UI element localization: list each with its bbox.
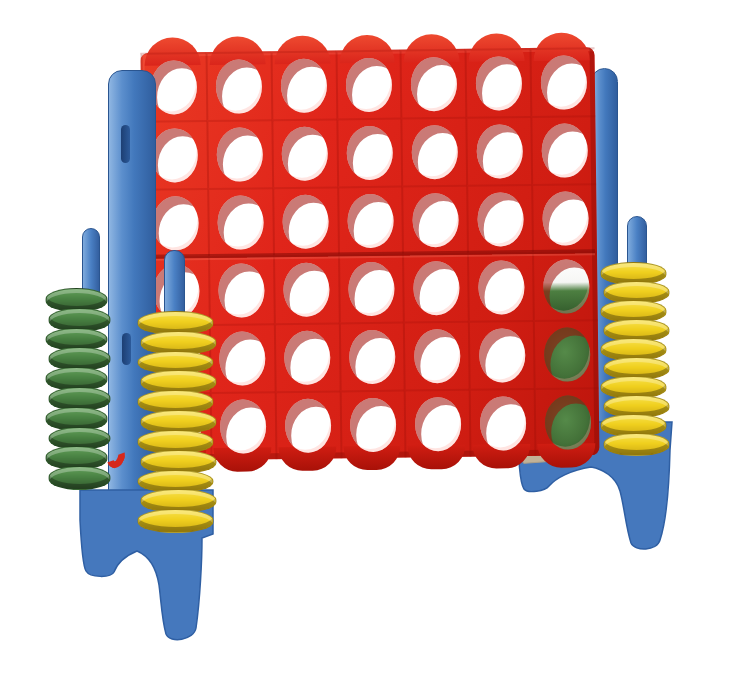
hand-slot-upper [121, 125, 130, 163]
board-hole-empty [540, 55, 587, 110]
board-cell [210, 391, 276, 460]
board-cell [466, 116, 532, 185]
board-cell [207, 187, 273, 256]
board-cell [339, 390, 405, 459]
board-cell [274, 322, 340, 391]
board-cell [205, 51, 271, 120]
board-cell [272, 186, 338, 255]
board-hole-empty [217, 127, 264, 182]
board-hole-empty [218, 195, 265, 250]
board-cell [338, 254, 404, 323]
board-hole-empty [479, 396, 526, 451]
board-cell [530, 47, 596, 116]
board-hole-empty [479, 328, 526, 383]
board-cell [401, 117, 467, 186]
board-hole-empty [220, 399, 267, 454]
hand-slot-lower [122, 333, 131, 365]
board-cell [468, 320, 534, 389]
board-cell [404, 389, 470, 458]
board-hole-empty [285, 398, 332, 453]
board-hole-empty [346, 58, 393, 113]
board-hole-green-behind [543, 327, 590, 382]
board-hole-empty [414, 329, 461, 384]
board-cell [206, 119, 272, 188]
board-hole-empty [216, 59, 263, 114]
board-hole-empty [284, 330, 331, 385]
board-cell [530, 115, 596, 184]
yellow-disc [604, 433, 670, 456]
product-photo [0, 0, 750, 684]
board-hole-empty [541, 123, 588, 178]
board-hole-empty [282, 127, 329, 182]
board-hole-empty [219, 331, 266, 386]
board-cell [336, 118, 402, 187]
yellow-disc-stack-left [139, 311, 215, 533]
board-hole-empty [477, 192, 524, 247]
left-front-storage-post [164, 250, 185, 318]
board-hole-empty [281, 59, 328, 114]
board-cell [337, 186, 403, 255]
board-hole-empty [412, 193, 459, 248]
left-rear-storage-post [82, 228, 100, 296]
board-cell [534, 387, 600, 456]
board-hole-empty [542, 191, 589, 246]
board-hole-empty [153, 196, 200, 251]
board-hole-green-behind [544, 395, 591, 450]
board-hole-empty [282, 195, 329, 250]
board-hole-empty [152, 128, 199, 183]
board-cell [533, 319, 599, 388]
board-hole-empty [475, 56, 522, 111]
board-hole-empty [350, 398, 397, 453]
board-cell [338, 322, 404, 391]
board-cell [273, 254, 339, 323]
board-cell [400, 49, 466, 118]
yellow-disc-stack-right [602, 262, 668, 456]
board-cell [465, 48, 531, 117]
green-disc-stack-left [47, 288, 109, 490]
board-cell [466, 184, 532, 253]
board-hole-empty [415, 397, 462, 452]
board-hole-empty [478, 260, 525, 315]
board-cell [469, 388, 535, 457]
board-cell [403, 321, 469, 390]
board-cell [208, 255, 274, 324]
board-hole-empty [476, 124, 523, 179]
board-cell [532, 251, 598, 320]
board-hole-empty [411, 125, 458, 180]
board-hole-empty [283, 262, 330, 317]
board-hole-empty [347, 194, 394, 249]
board-cell [335, 50, 401, 119]
board-cell [402, 185, 468, 254]
board-hole-empty [346, 126, 393, 181]
board-cell [274, 390, 340, 459]
board-cell [467, 252, 533, 321]
board-hole-empty [348, 262, 395, 317]
board-cell [271, 118, 337, 187]
board-hole-empty [218, 263, 265, 318]
board-hole-empty [349, 330, 396, 385]
board-cell [402, 253, 468, 322]
board-hole-green-behind [543, 259, 590, 314]
board-cell [209, 323, 275, 392]
yellow-disc [138, 509, 214, 533]
board-hole-empty [410, 57, 457, 112]
board-hole-empty [413, 261, 460, 316]
board-hole-empty [151, 60, 198, 115]
board-cell [531, 183, 597, 252]
green-disc [49, 466, 111, 490]
board-cell [270, 50, 336, 119]
